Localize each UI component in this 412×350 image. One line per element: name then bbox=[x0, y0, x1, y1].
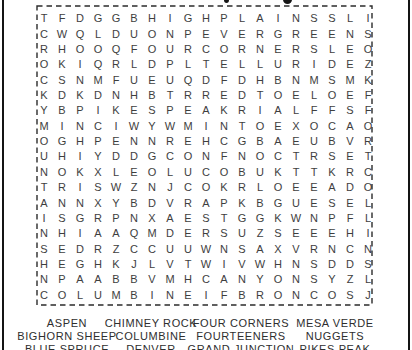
grid-cell[interactable]: D bbox=[341, 180, 359, 195]
grid-cell[interactable]: N bbox=[287, 288, 305, 303]
grid-cell[interactable]: L bbox=[125, 57, 143, 72]
grid-cell[interactable]: N bbox=[287, 72, 305, 87]
grid-cell[interactable]: A bbox=[89, 226, 107, 241]
grid-cell[interactable]: L bbox=[233, 57, 251, 72]
grid-cell[interactable]: O bbox=[215, 165, 233, 180]
grid-cell[interactable]: G bbox=[71, 257, 89, 272]
grid-cell[interactable]: E bbox=[179, 288, 197, 303]
grid-cell[interactable]: A bbox=[197, 195, 215, 210]
grid-cell[interactable]: D bbox=[89, 88, 107, 103]
grid-cell[interactable]: R bbox=[287, 57, 305, 72]
grid-cell[interactable]: N bbox=[143, 134, 161, 149]
grid-cell[interactable]: Y bbox=[251, 272, 269, 287]
grid-cell[interactable]: K bbox=[323, 165, 341, 180]
grid-cell[interactable]: E bbox=[269, 42, 287, 57]
grid-cell[interactable]: N bbox=[161, 26, 179, 41]
grid-cell[interactable]: O bbox=[215, 42, 233, 57]
grid-cell[interactable]: D bbox=[143, 195, 161, 210]
grid-cell[interactable]: R bbox=[53, 180, 71, 195]
grid-cell[interactable]: U bbox=[35, 149, 53, 164]
grid-cell[interactable]: T bbox=[161, 88, 179, 103]
grid-cell[interactable]: M bbox=[89, 72, 107, 87]
grid-cell[interactable]: U bbox=[233, 226, 251, 241]
grid-cell[interactable]: G bbox=[233, 211, 251, 226]
grid-cell[interactable]: O bbox=[323, 88, 341, 103]
grid-cell[interactable]: X bbox=[287, 119, 305, 134]
grid-cell[interactable]: F bbox=[215, 288, 233, 303]
grid-cell[interactable]: E bbox=[179, 226, 197, 241]
grid-cell[interactable]: K bbox=[215, 180, 233, 195]
grid-cell[interactable]: O bbox=[359, 119, 377, 134]
grid-cell[interactable]: N bbox=[287, 11, 305, 26]
grid-cell[interactable]: N bbox=[71, 119, 89, 134]
grid-cell[interactable]: B bbox=[269, 72, 287, 87]
grid-cell[interactable]: K bbox=[35, 88, 53, 103]
grid-cell[interactable]: C bbox=[269, 149, 287, 164]
grid-cell[interactable]: E bbox=[269, 119, 287, 134]
grid-cell[interactable]: O bbox=[179, 149, 197, 164]
grid-cell[interactable]: V bbox=[161, 257, 179, 272]
grid-cell[interactable]: W bbox=[107, 180, 125, 195]
grid-cell[interactable]: U bbox=[125, 26, 143, 41]
grid-cell[interactable]: F bbox=[323, 103, 341, 118]
grid-cell[interactable]: R bbox=[89, 211, 107, 226]
grid-cell[interactable]: C bbox=[89, 119, 107, 134]
grid-cell[interactable]: R bbox=[305, 149, 323, 164]
grid-cell[interactable]: Y bbox=[323, 272, 341, 287]
grid-cell[interactable]: R bbox=[233, 180, 251, 195]
grid-cell[interactable]: H bbox=[89, 257, 107, 272]
grid-cell[interactable]: O bbox=[269, 288, 287, 303]
grid-cell[interactable]: Q bbox=[125, 226, 143, 241]
grid-cell[interactable]: N bbox=[71, 195, 89, 210]
grid-cell[interactable]: E bbox=[53, 242, 71, 257]
grid-cell[interactable]: O bbox=[269, 88, 287, 103]
grid-cell[interactable]: N bbox=[215, 119, 233, 134]
grid-cell[interactable]: S bbox=[269, 226, 287, 241]
grid-cell[interactable]: E bbox=[179, 211, 197, 226]
grid-cell[interactable]: R bbox=[161, 134, 179, 149]
grid-cell[interactable]: H bbox=[269, 257, 287, 272]
grid-cell[interactable]: I bbox=[71, 180, 89, 195]
grid-cell[interactable]: K bbox=[71, 165, 89, 180]
grid-cell[interactable]: Y bbox=[107, 195, 125, 210]
grid-cell[interactable]: Q bbox=[179, 72, 197, 87]
grid-cell[interactable]: E bbox=[215, 57, 233, 72]
grid-cell[interactable]: L bbox=[89, 26, 107, 41]
grid-cell[interactable]: S bbox=[143, 103, 161, 118]
grid-cell[interactable]: I bbox=[305, 57, 323, 72]
grid-cell[interactable]: P bbox=[215, 11, 233, 26]
grid-cell[interactable]: C bbox=[143, 242, 161, 257]
grid-cell[interactable]: L bbox=[359, 211, 377, 226]
grid-cell[interactable]: C bbox=[35, 72, 53, 87]
grid-cell[interactable]: E bbox=[305, 26, 323, 41]
grid-cell[interactable]: N bbox=[125, 211, 143, 226]
grid-cell[interactable]: H bbox=[197, 134, 215, 149]
grid-cell[interactable]: C bbox=[161, 149, 179, 164]
grid-cell[interactable]: R bbox=[251, 26, 269, 41]
grid-cell[interactable]: S bbox=[341, 103, 359, 118]
grid-cell[interactable]: T bbox=[179, 257, 197, 272]
grid-cell[interactable]: A bbox=[251, 242, 269, 257]
grid-cell[interactable]: E bbox=[323, 226, 341, 241]
grid-cell[interactable]: E bbox=[341, 88, 359, 103]
grid-cell[interactable]: I bbox=[35, 211, 53, 226]
grid-cell[interactable]: V bbox=[233, 257, 251, 272]
grid-cell[interactable]: P bbox=[71, 103, 89, 118]
grid-cell[interactable]: R bbox=[179, 42, 197, 57]
grid-cell[interactable]: I bbox=[161, 11, 179, 26]
grid-cell[interactable]: S bbox=[53, 211, 71, 226]
grid-cell[interactable]: E bbox=[125, 165, 143, 180]
grid-cell[interactable]: X bbox=[89, 165, 107, 180]
grid-cell[interactable]: T bbox=[233, 119, 251, 134]
grid-cell[interactable]: A bbox=[35, 195, 53, 210]
grid-cell[interactable]: B bbox=[53, 103, 71, 118]
grid-cell[interactable]: C bbox=[215, 134, 233, 149]
grid-cell[interactable]: L bbox=[161, 165, 179, 180]
grid-cell[interactable]: X bbox=[89, 195, 107, 210]
grid-cell[interactable]: B bbox=[125, 288, 143, 303]
grid-cell[interactable]: C bbox=[197, 42, 215, 57]
grid-cell[interactable]: T bbox=[359, 149, 377, 164]
grid-cell[interactable]: W bbox=[197, 242, 215, 257]
grid-cell[interactable]: E bbox=[305, 226, 323, 241]
grid-cell[interactable]: E bbox=[305, 195, 323, 210]
grid-cell[interactable]: S bbox=[359, 257, 377, 272]
grid-cell[interactable]: F bbox=[107, 72, 125, 87]
grid-cell[interactable]: H bbox=[251, 72, 269, 87]
grid-cell[interactable]: D bbox=[323, 257, 341, 272]
grid-cell[interactable]: U bbox=[269, 57, 287, 72]
grid-cell[interactable]: G bbox=[89, 11, 107, 26]
grid-cell[interactable]: N bbox=[233, 272, 251, 287]
grid-cell[interactable]: A bbox=[269, 134, 287, 149]
grid-cell[interactable]: S bbox=[341, 288, 359, 303]
grid-cell[interactable]: T bbox=[287, 149, 305, 164]
grid-cell[interactable]: O bbox=[143, 26, 161, 41]
grid-cell[interactable]: K bbox=[215, 103, 233, 118]
grid-cell[interactable]: P bbox=[323, 211, 341, 226]
grid-cell[interactable]: M bbox=[35, 119, 53, 134]
grid-cell[interactable]: J bbox=[359, 288, 377, 303]
grid-cell[interactable]: T bbox=[287, 165, 305, 180]
grid-cell[interactable]: F bbox=[359, 103, 377, 118]
grid-cell[interactable]: S bbox=[305, 272, 323, 287]
grid-cell[interactable]: B bbox=[125, 272, 143, 287]
grid-cell[interactable]: R bbox=[341, 165, 359, 180]
grid-cell[interactable]: O bbox=[269, 180, 287, 195]
grid-cell[interactable]: V bbox=[161, 195, 179, 210]
grid-cell[interactable]: H bbox=[125, 88, 143, 103]
grid-cell[interactable]: C bbox=[197, 165, 215, 180]
grid-cell[interactable]: E bbox=[287, 180, 305, 195]
grid-cell[interactable]: L bbox=[107, 165, 125, 180]
grid-cell[interactable]: U bbox=[251, 165, 269, 180]
grid-cell[interactable]: C bbox=[125, 242, 143, 257]
grid-cell[interactable]: S bbox=[323, 72, 341, 87]
grid-cell[interactable]: I bbox=[197, 119, 215, 134]
grid-cell[interactable]: W bbox=[125, 119, 143, 134]
grid-cell[interactable]: Z bbox=[251, 226, 269, 241]
grid-cell[interactable]: N bbox=[359, 242, 377, 257]
grid-cell[interactable]: A bbox=[197, 103, 215, 118]
grid-cell[interactable]: I bbox=[71, 226, 89, 241]
grid-cell[interactable]: Z bbox=[341, 272, 359, 287]
grid-cell[interactable]: M bbox=[341, 72, 359, 87]
grid-cell[interactable]: O bbox=[71, 42, 89, 57]
grid-cell[interactable]: S bbox=[323, 149, 341, 164]
grid-cell[interactable]: K bbox=[269, 165, 287, 180]
grid-cell[interactable]: R bbox=[287, 42, 305, 57]
grid-cell[interactable]: C bbox=[35, 26, 53, 41]
grid-cell[interactable]: S bbox=[305, 257, 323, 272]
grid-cell[interactable]: E bbox=[287, 88, 305, 103]
grid-cell[interactable]: U bbox=[179, 165, 197, 180]
grid-cell[interactable]: U bbox=[179, 242, 197, 257]
grid-cell[interactable]: L bbox=[359, 272, 377, 287]
grid-cell[interactable]: H bbox=[53, 42, 71, 57]
grid-cell[interactable]: E bbox=[143, 72, 161, 87]
grid-cell[interactable]: D bbox=[197, 72, 215, 87]
grid-cell[interactable]: G bbox=[251, 211, 269, 226]
grid-cell[interactable]: C bbox=[305, 288, 323, 303]
grid-cell[interactable]: L bbox=[359, 195, 377, 210]
grid-cell[interactable]: R bbox=[359, 134, 377, 149]
grid-cell[interactable]: L bbox=[305, 88, 323, 103]
grid-cell[interactable]: N bbox=[287, 257, 305, 272]
grid-cell[interactable]: I bbox=[359, 11, 377, 26]
grid-cell[interactable]: I bbox=[215, 257, 233, 272]
grid-cell[interactable]: J bbox=[161, 180, 179, 195]
grid-cell[interactable]: W bbox=[251, 257, 269, 272]
grid-cell[interactable]: P bbox=[89, 134, 107, 149]
grid-cell[interactable]: S bbox=[35, 242, 53, 257]
grid-cell[interactable]: R bbox=[233, 103, 251, 118]
grid-cell[interactable]: G bbox=[107, 11, 125, 26]
grid-cell[interactable]: V bbox=[341, 134, 359, 149]
grid-cell[interactable]: U bbox=[161, 72, 179, 87]
grid-cell[interactable]: E bbox=[215, 88, 233, 103]
grid-cell[interactable]: X bbox=[143, 211, 161, 226]
grid-cell[interactable]: Z bbox=[359, 57, 377, 72]
grid-cell[interactable]: U bbox=[287, 195, 305, 210]
grid-cell[interactable]: F bbox=[215, 72, 233, 87]
grid-cell[interactable]: S bbox=[215, 226, 233, 241]
grid-cell[interactable]: E bbox=[341, 57, 359, 72]
grid-cell[interactable]: G bbox=[143, 149, 161, 164]
grid-cell[interactable]: I bbox=[269, 11, 287, 26]
grid-cell[interactable]: F bbox=[305, 103, 323, 118]
grid-cell[interactable]: L bbox=[179, 57, 197, 72]
grid-cell[interactable]: L bbox=[71, 288, 89, 303]
grid-cell[interactable]: H bbox=[53, 226, 71, 241]
grid-cell[interactable]: T bbox=[197, 57, 215, 72]
grid-cell[interactable]: H bbox=[53, 149, 71, 164]
grid-cell[interactable]: C bbox=[35, 288, 53, 303]
grid-cell[interactable]: E bbox=[179, 103, 197, 118]
grid-cell[interactable]: K bbox=[53, 57, 71, 72]
grid-cell[interactable]: N bbox=[53, 195, 71, 210]
grid-cell[interactable]: L bbox=[233, 11, 251, 26]
grid-cell[interactable]: A bbox=[269, 103, 287, 118]
grid-cell[interactable]: B bbox=[251, 134, 269, 149]
grid-cell[interactable]: Z bbox=[125, 180, 143, 195]
grid-cell[interactable]: S bbox=[233, 242, 251, 257]
grid-cell[interactable]: A bbox=[107, 226, 125, 241]
grid-cell[interactable]: H bbox=[71, 134, 89, 149]
grid-cell[interactable]: M bbox=[179, 119, 197, 134]
grid-cell[interactable]: R bbox=[233, 42, 251, 57]
grid-cell[interactable]: D bbox=[53, 88, 71, 103]
grid-cell[interactable]: I bbox=[197, 288, 215, 303]
grid-cell[interactable]: H bbox=[35, 257, 53, 272]
grid-cell[interactable]: L bbox=[143, 257, 161, 272]
grid-cell[interactable]: N bbox=[125, 134, 143, 149]
grid-cell[interactable]: E bbox=[341, 42, 359, 57]
grid-cell[interactable]: N bbox=[287, 272, 305, 287]
grid-cell[interactable]: D bbox=[233, 72, 251, 87]
grid-cell[interactable]: U bbox=[89, 288, 107, 303]
grid-cell[interactable]: I bbox=[53, 119, 71, 134]
grid-cell[interactable]: L bbox=[251, 57, 269, 72]
grid-cell[interactable]: M bbox=[305, 72, 323, 87]
grid-cell[interactable]: O bbox=[251, 149, 269, 164]
grid-cell[interactable]: R bbox=[305, 242, 323, 257]
grid-cell[interactable]: C bbox=[179, 180, 197, 195]
grid-cell[interactable]: E bbox=[287, 134, 305, 149]
grid-cell[interactable]: Q bbox=[89, 57, 107, 72]
grid-cell[interactable]: N bbox=[197, 149, 215, 164]
grid-cell[interactable]: H bbox=[143, 11, 161, 26]
grid-cell[interactable]: N bbox=[35, 165, 53, 180]
grid-cell[interactable]: B bbox=[107, 272, 125, 287]
grid-cell[interactable]: F bbox=[215, 149, 233, 164]
grid-cell[interactable]: F bbox=[53, 11, 71, 26]
grid-cell[interactable]: P bbox=[161, 57, 179, 72]
grid-cell[interactable]: L bbox=[251, 180, 269, 195]
grid-cell[interactable]: N bbox=[107, 88, 125, 103]
grid-cell[interactable]: D bbox=[323, 57, 341, 72]
grid-cell[interactable]: N bbox=[143, 180, 161, 195]
grid-cell[interactable]: D bbox=[107, 149, 125, 164]
grid-cell[interactable]: Q bbox=[71, 26, 89, 41]
grid-cell[interactable]: N bbox=[71, 72, 89, 87]
grid-cell[interactable]: T bbox=[35, 11, 53, 26]
grid-cell[interactable]: D bbox=[107, 26, 125, 41]
grid-cell[interactable]: O bbox=[359, 180, 377, 195]
grid-cell[interactable]: E bbox=[179, 134, 197, 149]
grid-cell[interactable]: U bbox=[161, 42, 179, 57]
grid-cell[interactable]: R bbox=[179, 88, 197, 103]
grid-cell[interactable]: N bbox=[323, 242, 341, 257]
grid-cell[interactable]: W bbox=[197, 257, 215, 272]
grid-cell[interactable]: S bbox=[305, 42, 323, 57]
grid-cell[interactable]: P bbox=[161, 103, 179, 118]
grid-cell[interactable]: G bbox=[269, 26, 287, 41]
grid-cell[interactable]: S bbox=[53, 72, 71, 87]
grid-cell[interactable]: N bbox=[215, 242, 233, 257]
grid-cell[interactable]: A bbox=[71, 272, 89, 287]
grid-cell[interactable]: N bbox=[305, 211, 323, 226]
grid-cell[interactable]: F bbox=[359, 88, 377, 103]
grid-cell[interactable]: O bbox=[323, 288, 341, 303]
grid-cell[interactable]: R bbox=[35, 42, 53, 57]
grid-cell[interactable]: S bbox=[359, 26, 377, 41]
grid-cell[interactable]: G bbox=[179, 11, 197, 26]
grid-cell[interactable]: D bbox=[125, 149, 143, 164]
grid-cell[interactable]: A bbox=[89, 272, 107, 287]
grid-cell[interactable]: L bbox=[323, 42, 341, 57]
grid-cell[interactable]: P bbox=[179, 26, 197, 41]
grid-cell[interactable]: O bbox=[251, 119, 269, 134]
grid-cell[interactable]: O bbox=[305, 119, 323, 134]
grid-cell[interactable]: B bbox=[233, 165, 251, 180]
grid-cell[interactable]: D bbox=[143, 57, 161, 72]
grid-cell[interactable]: V bbox=[143, 272, 161, 287]
grid-cell[interactable]: R bbox=[197, 88, 215, 103]
grid-cell[interactable]: W bbox=[161, 119, 179, 134]
grid-cell[interactable]: R bbox=[287, 26, 305, 41]
grid-cell[interactable]: L bbox=[341, 11, 359, 26]
grid-cell[interactable]: M bbox=[107, 288, 125, 303]
grid-cell[interactable]: A bbox=[161, 211, 179, 226]
grid-cell[interactable]: K bbox=[107, 103, 125, 118]
grid-cell[interactable]: E bbox=[305, 180, 323, 195]
grid-cell[interactable]: Y bbox=[143, 119, 161, 134]
grid-cell[interactable]: R bbox=[251, 288, 269, 303]
grid-cell[interactable]: S bbox=[323, 11, 341, 26]
grid-cell[interactable]: V bbox=[287, 242, 305, 257]
grid-cell[interactable]: A bbox=[215, 272, 233, 287]
grid-cell[interactable]: I bbox=[107, 119, 125, 134]
grid-cell[interactable]: N bbox=[161, 288, 179, 303]
grid-cell[interactable]: E bbox=[233, 26, 251, 41]
grid-cell[interactable]: G bbox=[71, 211, 89, 226]
grid-cell[interactable]: D bbox=[71, 11, 89, 26]
grid-cell[interactable]: M bbox=[161, 272, 179, 287]
grid-cell[interactable]: G bbox=[269, 195, 287, 210]
grid-cell[interactable]: G bbox=[53, 134, 71, 149]
grid-cell[interactable]: Q bbox=[107, 42, 125, 57]
grid-cell[interactable]: R bbox=[89, 242, 107, 257]
grid-cell[interactable]: B bbox=[323, 134, 341, 149]
grid-cell[interactable]: S bbox=[89, 180, 107, 195]
grid-cell[interactable]: O bbox=[35, 134, 53, 149]
grid-cell[interactable]: O bbox=[89, 42, 107, 57]
grid-cell[interactable]: I bbox=[143, 288, 161, 303]
grid-cell[interactable]: T bbox=[305, 165, 323, 180]
grid-cell[interactable]: F bbox=[125, 42, 143, 57]
grid-cell[interactable]: O bbox=[35, 57, 53, 72]
grid-cell[interactable]: C bbox=[359, 165, 377, 180]
grid-cell[interactable]: S bbox=[197, 211, 215, 226]
grid-cell[interactable]: N bbox=[233, 149, 251, 164]
grid-cell[interactable]: O bbox=[143, 42, 161, 57]
grid-cell[interactable]: O bbox=[197, 180, 215, 195]
grid-cell[interactable]: B bbox=[143, 88, 161, 103]
grid-cell[interactable]: K bbox=[107, 257, 125, 272]
grid-cell[interactable]: I bbox=[71, 57, 89, 72]
grid-cell[interactable]: R bbox=[107, 57, 125, 72]
grid-cell[interactable]: E bbox=[53, 257, 71, 272]
grid-cell[interactable]: O bbox=[143, 165, 161, 180]
grid-cell[interactable]: D bbox=[71, 242, 89, 257]
grid-cell[interactable]: F bbox=[341, 211, 359, 226]
grid-cell[interactable]: R bbox=[179, 195, 197, 210]
grid-cell[interactable]: E bbox=[125, 103, 143, 118]
